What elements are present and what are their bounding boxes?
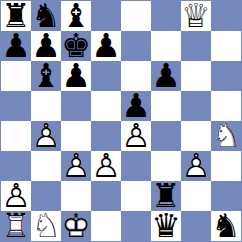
piece-white-pawn[interactable]: ♟♙ bbox=[121, 121, 151, 151]
white-piece-outline-layer: ♙ bbox=[31, 121, 61, 151]
piece-white-king[interactable]: ♚♔ bbox=[61, 211, 91, 241]
black-piece-glyph: ♟ bbox=[61, 61, 91, 91]
square-g7[interactable] bbox=[181, 31, 211, 61]
white-piece-outline-layer: ♘ bbox=[211, 121, 241, 151]
square-e3[interactable] bbox=[121, 151, 151, 181]
chess-board: ♜♞♝♛♕♟♟♚♟♝♟♟♟♟♙♟♙♞♘♟♙♟♙♟♙♟♙♜♜♖♞♘♚♔♛♞ bbox=[0, 0, 242, 242]
piece-white-pawn[interactable]: ♟♙ bbox=[31, 121, 61, 151]
square-h1[interactable]: ♞ bbox=[211, 211, 241, 241]
piece-white-queen[interactable]: ♛♕ bbox=[181, 1, 211, 31]
square-a5[interactable] bbox=[1, 91, 31, 121]
piece-white-knight[interactable]: ♞♘ bbox=[211, 121, 241, 151]
square-g2[interactable] bbox=[181, 181, 211, 211]
piece-black-pawn[interactable]: ♟ bbox=[151, 61, 181, 91]
black-piece-glyph: ♟ bbox=[1, 31, 31, 61]
square-e1[interactable] bbox=[121, 211, 151, 241]
square-h8[interactable] bbox=[211, 1, 241, 31]
piece-black-bishop[interactable]: ♝ bbox=[31, 61, 61, 91]
square-d6[interactable] bbox=[91, 61, 121, 91]
square-c5[interactable] bbox=[61, 91, 91, 121]
white-piece-outline-layer: ♙ bbox=[61, 151, 91, 181]
square-d5[interactable] bbox=[91, 91, 121, 121]
square-b4[interactable]: ♟♙ bbox=[31, 121, 61, 151]
square-d2[interactable] bbox=[91, 181, 121, 211]
square-c6[interactable]: ♟ bbox=[61, 61, 91, 91]
piece-white-pawn[interactable]: ♟♙ bbox=[91, 151, 121, 181]
white-piece-outline-layer: ♙ bbox=[91, 151, 121, 181]
square-a4[interactable] bbox=[1, 121, 31, 151]
piece-black-pawn[interactable]: ♟ bbox=[1, 31, 31, 61]
black-piece-glyph: ♛ bbox=[151, 211, 181, 241]
square-f8[interactable] bbox=[151, 1, 181, 31]
square-g3[interactable]: ♟♙ bbox=[181, 151, 211, 181]
white-piece-outline-layer: ♙ bbox=[121, 121, 151, 151]
square-a7[interactable]: ♟ bbox=[1, 31, 31, 61]
square-a1[interactable]: ♜♖ bbox=[1, 211, 31, 241]
white-piece-outline-layer: ♔ bbox=[61, 211, 91, 241]
square-b1[interactable]: ♞♘ bbox=[31, 211, 61, 241]
piece-black-queen[interactable]: ♛ bbox=[151, 211, 181, 241]
white-piece-outline-layer: ♘ bbox=[31, 211, 61, 241]
piece-black-pawn[interactable]: ♟ bbox=[91, 31, 121, 61]
square-f4[interactable] bbox=[151, 121, 181, 151]
black-piece-glyph: ♞ bbox=[211, 211, 241, 241]
square-f5[interactable] bbox=[151, 91, 181, 121]
white-piece-outline-layer: ♙ bbox=[181, 151, 211, 181]
black-piece-glyph: ♟ bbox=[91, 31, 121, 61]
piece-white-pawn[interactable]: ♟♙ bbox=[181, 151, 211, 181]
square-g1[interactable] bbox=[181, 211, 211, 241]
square-d1[interactable] bbox=[91, 211, 121, 241]
square-b6[interactable]: ♝ bbox=[31, 61, 61, 91]
square-h6[interactable] bbox=[211, 61, 241, 91]
piece-white-pawn[interactable]: ♟♙ bbox=[61, 151, 91, 181]
piece-black-pawn[interactable]: ♟ bbox=[61, 61, 91, 91]
white-piece-outline-layer: ♖ bbox=[1, 211, 31, 241]
square-d7[interactable]: ♟ bbox=[91, 31, 121, 61]
square-g6[interactable] bbox=[181, 61, 211, 91]
square-b3[interactable] bbox=[31, 151, 61, 181]
square-e7[interactable] bbox=[121, 31, 151, 61]
square-g5[interactable] bbox=[181, 91, 211, 121]
piece-white-knight[interactable]: ♞♘ bbox=[31, 211, 61, 241]
black-piece-glyph: ♟ bbox=[151, 61, 181, 91]
square-f1[interactable]: ♛ bbox=[151, 211, 181, 241]
square-d3[interactable]: ♟♙ bbox=[91, 151, 121, 181]
square-e4[interactable]: ♟♙ bbox=[121, 121, 151, 151]
piece-white-rook[interactable]: ♜♖ bbox=[1, 211, 31, 241]
square-h3[interactable] bbox=[211, 151, 241, 181]
square-e8[interactable] bbox=[121, 1, 151, 31]
square-e2[interactable] bbox=[121, 181, 151, 211]
square-c3[interactable]: ♟♙ bbox=[61, 151, 91, 181]
piece-black-knight[interactable]: ♞ bbox=[211, 211, 241, 241]
square-h7[interactable] bbox=[211, 31, 241, 61]
square-h4[interactable]: ♞♘ bbox=[211, 121, 241, 151]
square-c1[interactable]: ♚♔ bbox=[61, 211, 91, 241]
square-f6[interactable]: ♟ bbox=[151, 61, 181, 91]
white-piece-outline-layer: ♕ bbox=[181, 1, 211, 31]
square-a6[interactable] bbox=[1, 61, 31, 91]
black-piece-glyph: ♝ bbox=[31, 61, 61, 91]
square-g8[interactable]: ♛♕ bbox=[181, 1, 211, 31]
